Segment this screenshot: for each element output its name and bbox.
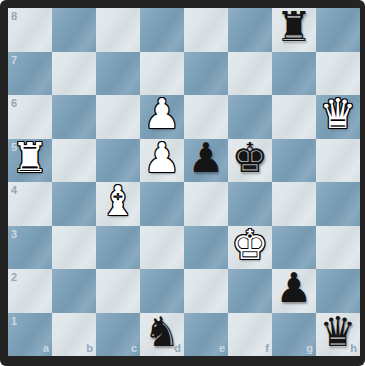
square-h5[interactable]	[316, 139, 360, 183]
square-b1[interactable]: b	[52, 313, 96, 357]
square-d4[interactable]	[140, 182, 184, 226]
square-a5[interactable]: 5♜	[8, 139, 52, 183]
square-h3[interactable]	[316, 226, 360, 270]
square-d1[interactable]: d♞	[140, 313, 184, 357]
square-e1[interactable]: e	[184, 313, 228, 357]
square-b8[interactable]	[52, 8, 96, 52]
square-c4[interactable]: ♝	[96, 182, 140, 226]
square-g8[interactable]: ♜	[272, 8, 316, 52]
file-label-f: f	[265, 343, 269, 354]
square-f6[interactable]	[228, 95, 272, 139]
piece-black-king[interactable]: ♚	[232, 138, 269, 179]
square-g7[interactable]	[272, 52, 316, 96]
square-b7[interactable]	[52, 52, 96, 96]
square-a4[interactable]: 4	[8, 182, 52, 226]
square-g2[interactable]: ♟	[272, 269, 316, 313]
square-c3[interactable]	[96, 226, 140, 270]
square-a7[interactable]: 7	[8, 52, 52, 96]
square-e5[interactable]: ♟	[184, 139, 228, 183]
square-c5[interactable]	[96, 139, 140, 183]
square-e6[interactable]	[184, 95, 228, 139]
square-f5[interactable]: ♚	[228, 139, 272, 183]
rank-label-4: 4	[11, 185, 17, 196]
rank-label-8: 8	[11, 11, 17, 22]
square-h7[interactable]	[316, 52, 360, 96]
rank-label-2: 2	[11, 272, 17, 283]
square-d5[interactable]: ♟	[140, 139, 184, 183]
file-label-e: e	[219, 343, 225, 354]
square-e7[interactable]	[184, 52, 228, 96]
file-label-a: a	[43, 343, 49, 354]
square-h2[interactable]	[316, 269, 360, 313]
square-g4[interactable]	[272, 182, 316, 226]
square-b2[interactable]	[52, 269, 96, 313]
square-f7[interactable]	[228, 52, 272, 96]
square-e2[interactable]	[184, 269, 228, 313]
square-c7[interactable]	[96, 52, 140, 96]
square-d3[interactable]	[140, 226, 184, 270]
square-g5[interactable]	[272, 139, 316, 183]
square-h1[interactable]: h♛	[316, 313, 360, 357]
square-f8[interactable]	[228, 8, 272, 52]
square-b6[interactable]	[52, 95, 96, 139]
board-frame: 8♜76♟♛5♜♟♟♚4♝3♚2♟1abcd♞efgh♛	[0, 0, 365, 366]
chess-board: 8♜76♟♛5♜♟♟♚4♝3♚2♟1abcd♞efgh♛	[8, 8, 360, 356]
square-h6[interactable]: ♛	[316, 95, 360, 139]
square-g1[interactable]: g	[272, 313, 316, 357]
piece-white-pawn[interactable]: ♟	[144, 94, 181, 135]
square-e8[interactable]	[184, 8, 228, 52]
square-g3[interactable]	[272, 226, 316, 270]
square-c6[interactable]	[96, 95, 140, 139]
square-a1[interactable]: 1a	[8, 313, 52, 357]
square-f3[interactable]: ♚	[228, 226, 272, 270]
square-h4[interactable]	[316, 182, 360, 226]
file-label-c: c	[131, 343, 137, 354]
square-c1[interactable]: c	[96, 313, 140, 357]
piece-white-pawn[interactable]: ♟	[144, 138, 181, 179]
square-e4[interactable]	[184, 182, 228, 226]
square-a2[interactable]: 2	[8, 269, 52, 313]
square-b4[interactable]	[52, 182, 96, 226]
piece-white-rook[interactable]: ♜	[12, 138, 49, 179]
square-f4[interactable]	[228, 182, 272, 226]
square-g6[interactable]	[272, 95, 316, 139]
square-d7[interactable]	[140, 52, 184, 96]
rank-label-3: 3	[11, 229, 17, 240]
rank-label-6: 6	[11, 98, 17, 109]
piece-black-rook[interactable]: ♜	[276, 7, 313, 48]
rank-label-1: 1	[11, 316, 17, 327]
square-f2[interactable]	[228, 269, 272, 313]
file-label-g: g	[306, 343, 313, 354]
square-c8[interactable]	[96, 8, 140, 52]
piece-black-pawn[interactable]: ♟	[188, 138, 225, 179]
square-b3[interactable]	[52, 226, 96, 270]
square-a8[interactable]: 8	[8, 8, 52, 52]
piece-white-bishop[interactable]: ♝	[100, 181, 137, 222]
square-d2[interactable]	[140, 269, 184, 313]
square-c2[interactable]	[96, 269, 140, 313]
piece-white-queen[interactable]: ♛	[320, 94, 357, 135]
piece-black-pawn[interactable]: ♟	[276, 268, 313, 309]
square-d8[interactable]	[140, 8, 184, 52]
square-a6[interactable]: 6	[8, 95, 52, 139]
square-b5[interactable]	[52, 139, 96, 183]
rank-label-7: 7	[11, 55, 17, 66]
square-h8[interactable]	[316, 8, 360, 52]
file-label-b: b	[86, 343, 93, 354]
square-e3[interactable]	[184, 226, 228, 270]
square-d6[interactable]: ♟	[140, 95, 184, 139]
piece-black-knight[interactable]: ♞	[144, 312, 181, 353]
piece-black-queen[interactable]: ♛	[320, 312, 357, 353]
piece-white-king[interactable]: ♚	[232, 225, 269, 266]
square-a3[interactable]: 3	[8, 226, 52, 270]
square-f1[interactable]: f	[228, 313, 272, 357]
